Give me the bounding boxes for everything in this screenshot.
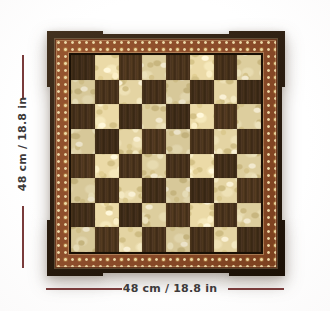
board-square [190,80,214,105]
board-square [214,227,238,252]
width-dimension-line-right [228,288,284,290]
chess-board [47,31,285,276]
height-dimension-line-bottom [22,206,24,268]
board-square [237,154,261,179]
board-square [166,154,190,179]
board-square [237,203,261,228]
board-square [142,55,166,80]
board-square [214,55,238,80]
board-square [95,80,119,105]
board-grid [71,55,261,252]
board-square [95,227,119,252]
board-square [166,129,190,154]
board-square [237,227,261,252]
board-square [214,178,238,203]
board-square [190,178,214,203]
board-square [166,203,190,228]
board-square [237,80,261,105]
board-square [142,178,166,203]
board-grid-frame [69,53,263,254]
board-square [95,178,119,203]
board-square [190,129,214,154]
board-square [119,80,143,105]
board-square [71,80,95,105]
board-square [214,154,238,179]
board-square [95,129,119,154]
product-photo: 48 cm / 18.8 in 48 cm / 18.8 in [0,0,330,311]
board-square [214,80,238,105]
board-square [119,55,143,80]
board-square [95,104,119,129]
board-square [142,104,166,129]
board-square [190,55,214,80]
board-square [95,203,119,228]
board-square [166,55,190,80]
board-square [190,104,214,129]
board-square [142,203,166,228]
board-square [237,55,261,80]
board-square [71,178,95,203]
board-shadow [0,0,330,311]
board-square [190,203,214,228]
board-square [119,227,143,252]
board-square [237,104,261,129]
board-square [71,154,95,179]
board-square [119,178,143,203]
board-square [166,80,190,105]
width-label: 48 cm / 18.8 in [110,282,230,295]
board-square [119,154,143,179]
board-square [214,129,238,154]
board-square [71,104,95,129]
board-square [166,227,190,252]
board-square [142,154,166,179]
height-label: 48 cm / 18.8 in [16,89,30,199]
board-square [71,129,95,154]
board-square [166,178,190,203]
board-square [71,227,95,252]
board-square [237,178,261,203]
board-square [71,55,95,80]
board-square [142,80,166,105]
board-square [190,227,214,252]
board-square [214,104,238,129]
board-square [95,154,119,179]
board-square [119,129,143,154]
board-square [166,104,190,129]
board-square [237,129,261,154]
board-square [95,55,119,80]
board-square [142,129,166,154]
board-square [190,154,214,179]
board-square [214,203,238,228]
board-square [119,104,143,129]
board-square [119,203,143,228]
board-square [142,227,166,252]
board-square [71,203,95,228]
